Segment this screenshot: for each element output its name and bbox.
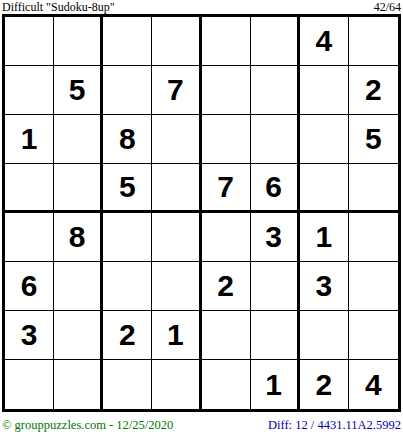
cell-r4c7-empty[interactable] — [300, 164, 349, 213]
cell-r2c7-empty[interactable] — [300, 66, 349, 115]
cell-r1c2-empty[interactable] — [54, 17, 103, 66]
cell-r5c5-empty[interactable] — [202, 213, 251, 262]
cell-r4c6-given-6[interactable]: 6 — [251, 164, 300, 213]
cell-r3c1-given-1[interactable]: 1 — [5, 115, 54, 164]
puzzle-page: Difficult "Sudoku-8up" 42/64 45721855768… — [0, 0, 403, 437]
cell-r5c7-given-1[interactable]: 1 — [300, 213, 349, 262]
cell-r2c3-empty[interactable] — [103, 66, 152, 115]
cell-r8c1-empty[interactable] — [5, 360, 54, 409]
cell-r3c6-empty[interactable] — [251, 115, 300, 164]
cell-r2c6-empty[interactable] — [251, 66, 300, 115]
cell-r3c4-empty[interactable] — [152, 115, 201, 164]
cell-r5c1-empty[interactable] — [5, 213, 54, 262]
cell-r2c8-given-2[interactable]: 2 — [349, 66, 398, 115]
cell-r6c2-empty[interactable] — [54, 262, 103, 311]
cell-r6c6-empty[interactable] — [251, 262, 300, 311]
cell-r1c8-empty[interactable] — [349, 17, 398, 66]
cell-r8c7-given-2[interactable]: 2 — [300, 360, 349, 409]
cell-r5c6-given-3[interactable]: 3 — [251, 213, 300, 262]
cell-r1c1-empty[interactable] — [5, 17, 54, 66]
cell-r7c1-given-3[interactable]: 3 — [5, 311, 54, 360]
cell-r1c3-empty[interactable] — [103, 17, 152, 66]
cell-r2c5-empty[interactable] — [202, 66, 251, 115]
footer: © grouppuzzles.com - 12/25/2020 Diff: 12… — [2, 419, 401, 432]
cell-r3c3-given-8[interactable]: 8 — [103, 115, 152, 164]
cell-r4c1-empty[interactable] — [5, 164, 54, 213]
header: Difficult "Sudoku-8up" 42/64 — [2, 1, 401, 13]
cell-r8c2-empty[interactable] — [54, 360, 103, 409]
unknown-cells-counter: 42/64 — [374, 1, 401, 13]
cell-r3c5-empty[interactable] — [202, 115, 251, 164]
cell-r7c7-empty[interactable] — [300, 311, 349, 360]
cell-r3c8-given-5[interactable]: 5 — [349, 115, 398, 164]
cell-r6c8-empty[interactable] — [349, 262, 398, 311]
copyright-text: © grouppuzzles.com - 12/25/2020 — [2, 419, 173, 432]
cell-r7c6-empty[interactable] — [251, 311, 300, 360]
cell-r5c3-empty[interactable] — [103, 213, 152, 262]
cell-r8c5-empty[interactable] — [202, 360, 251, 409]
cell-r1c4-empty[interactable] — [152, 17, 201, 66]
sudoku-board[interactable]: 4572185576831623321124 — [2, 14, 401, 412]
cell-r6c5-given-2[interactable]: 2 — [202, 262, 251, 311]
cell-r6c4-empty[interactable] — [152, 262, 201, 311]
cell-r4c8-empty[interactable] — [349, 164, 398, 213]
cell-r1c5-empty[interactable] — [202, 17, 251, 66]
cell-r8c4-empty[interactable] — [152, 360, 201, 409]
cell-r4c5-given-7[interactable]: 7 — [202, 164, 251, 213]
cell-r8c3-empty[interactable] — [103, 360, 152, 409]
cell-r6c3-empty[interactable] — [103, 262, 152, 311]
cell-r2c2-given-5[interactable]: 5 — [54, 66, 103, 115]
cell-r7c4-given-1[interactable]: 1 — [152, 311, 201, 360]
difficulty-text: Diff: 12 / 4431.11A2.5992 — [268, 419, 401, 432]
cell-r4c2-empty[interactable] — [54, 164, 103, 213]
cell-r7c5-empty[interactable] — [202, 311, 251, 360]
cell-r2c1-empty[interactable] — [5, 66, 54, 115]
cell-r6c7-given-3[interactable]: 3 — [300, 262, 349, 311]
cell-r7c2-empty[interactable] — [54, 311, 103, 360]
cell-r1c7-given-4[interactable]: 4 — [300, 17, 349, 66]
cell-r5c4-empty[interactable] — [152, 213, 201, 262]
cell-r4c3-given-5[interactable]: 5 — [103, 164, 152, 213]
cell-r5c2-given-8[interactable]: 8 — [54, 213, 103, 262]
cell-r5c8-empty[interactable] — [349, 213, 398, 262]
cell-r8c6-given-1[interactable]: 1 — [251, 360, 300, 409]
cell-r2c4-given-7[interactable]: 7 — [152, 66, 201, 115]
cell-r4c4-empty[interactable] — [152, 164, 201, 213]
cell-r3c2-empty[interactable] — [54, 115, 103, 164]
cell-r3c7-empty[interactable] — [300, 115, 349, 164]
cell-r6c1-given-6[interactable]: 6 — [5, 262, 54, 311]
cell-r7c8-empty[interactable] — [349, 311, 398, 360]
cell-r7c3-given-2[interactable]: 2 — [103, 311, 152, 360]
cell-r8c8-given-4[interactable]: 4 — [349, 360, 398, 409]
cell-r1c6-empty[interactable] — [251, 17, 300, 66]
puzzle-title: Difficult "Sudoku-8up" — [2, 1, 115, 13]
